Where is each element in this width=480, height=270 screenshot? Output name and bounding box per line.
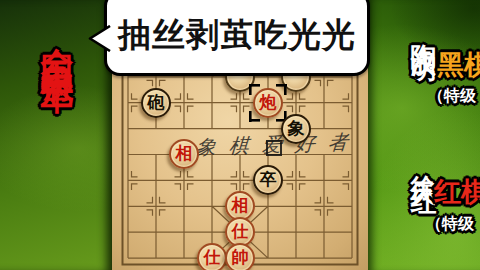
right-leaf-background: 陶汉明 黑棋 （特级 徐天红 红棋 （特级	[368, 0, 480, 270]
black-player-name: 陶汉明	[407, 23, 442, 44]
piece-砲-b4[interactable]: 砲	[141, 88, 171, 118]
black-side-label: 黑棋	[437, 47, 480, 83]
piece-glyph: 相	[232, 197, 249, 214]
piece-glyph: 卒	[260, 171, 277, 188]
piece-象-g5[interactable]: 象	[281, 114, 311, 144]
red-side-label: 红棋	[434, 174, 480, 210]
piece-相-c6[interactable]: 相	[169, 139, 199, 169]
piece-glyph: 帥	[232, 249, 249, 266]
speech-bubble-text: 抽丝剥茧吃光光	[107, 0, 367, 58]
selection-brackets	[249, 84, 287, 122]
piece-仕-d10[interactable]: 仕	[197, 243, 227, 270]
red-player-title: （特级	[426, 214, 474, 235]
piece-glyph: 象	[288, 120, 305, 137]
piece-glyph: 相	[176, 145, 193, 162]
piece-炮-f4[interactable]: 炮	[253, 88, 283, 118]
piece-卒-f7[interactable]: 卒	[253, 165, 283, 195]
thumbnail: 象棋爱好者 砲炮象相卒相仕仕帥 全国象棋冠军 陶汉明 黑棋 （特级 徐天红 红棋…	[0, 0, 480, 270]
speech-bubble: 抽丝剥茧吃光光	[104, 0, 370, 76]
piece-帥-e10[interactable]: 帥	[225, 243, 255, 270]
red-player-name: 徐天红	[407, 154, 442, 175]
black-player-title: （特级	[428, 86, 476, 107]
piece-glyph: 仕	[204, 249, 221, 266]
piece-glyph: 仕	[232, 223, 249, 240]
left-banner-text: 全国象棋冠军	[34, 21, 79, 63]
piece-glyph: 砲	[148, 94, 165, 111]
speech-bubble-tail	[88, 25, 111, 52]
